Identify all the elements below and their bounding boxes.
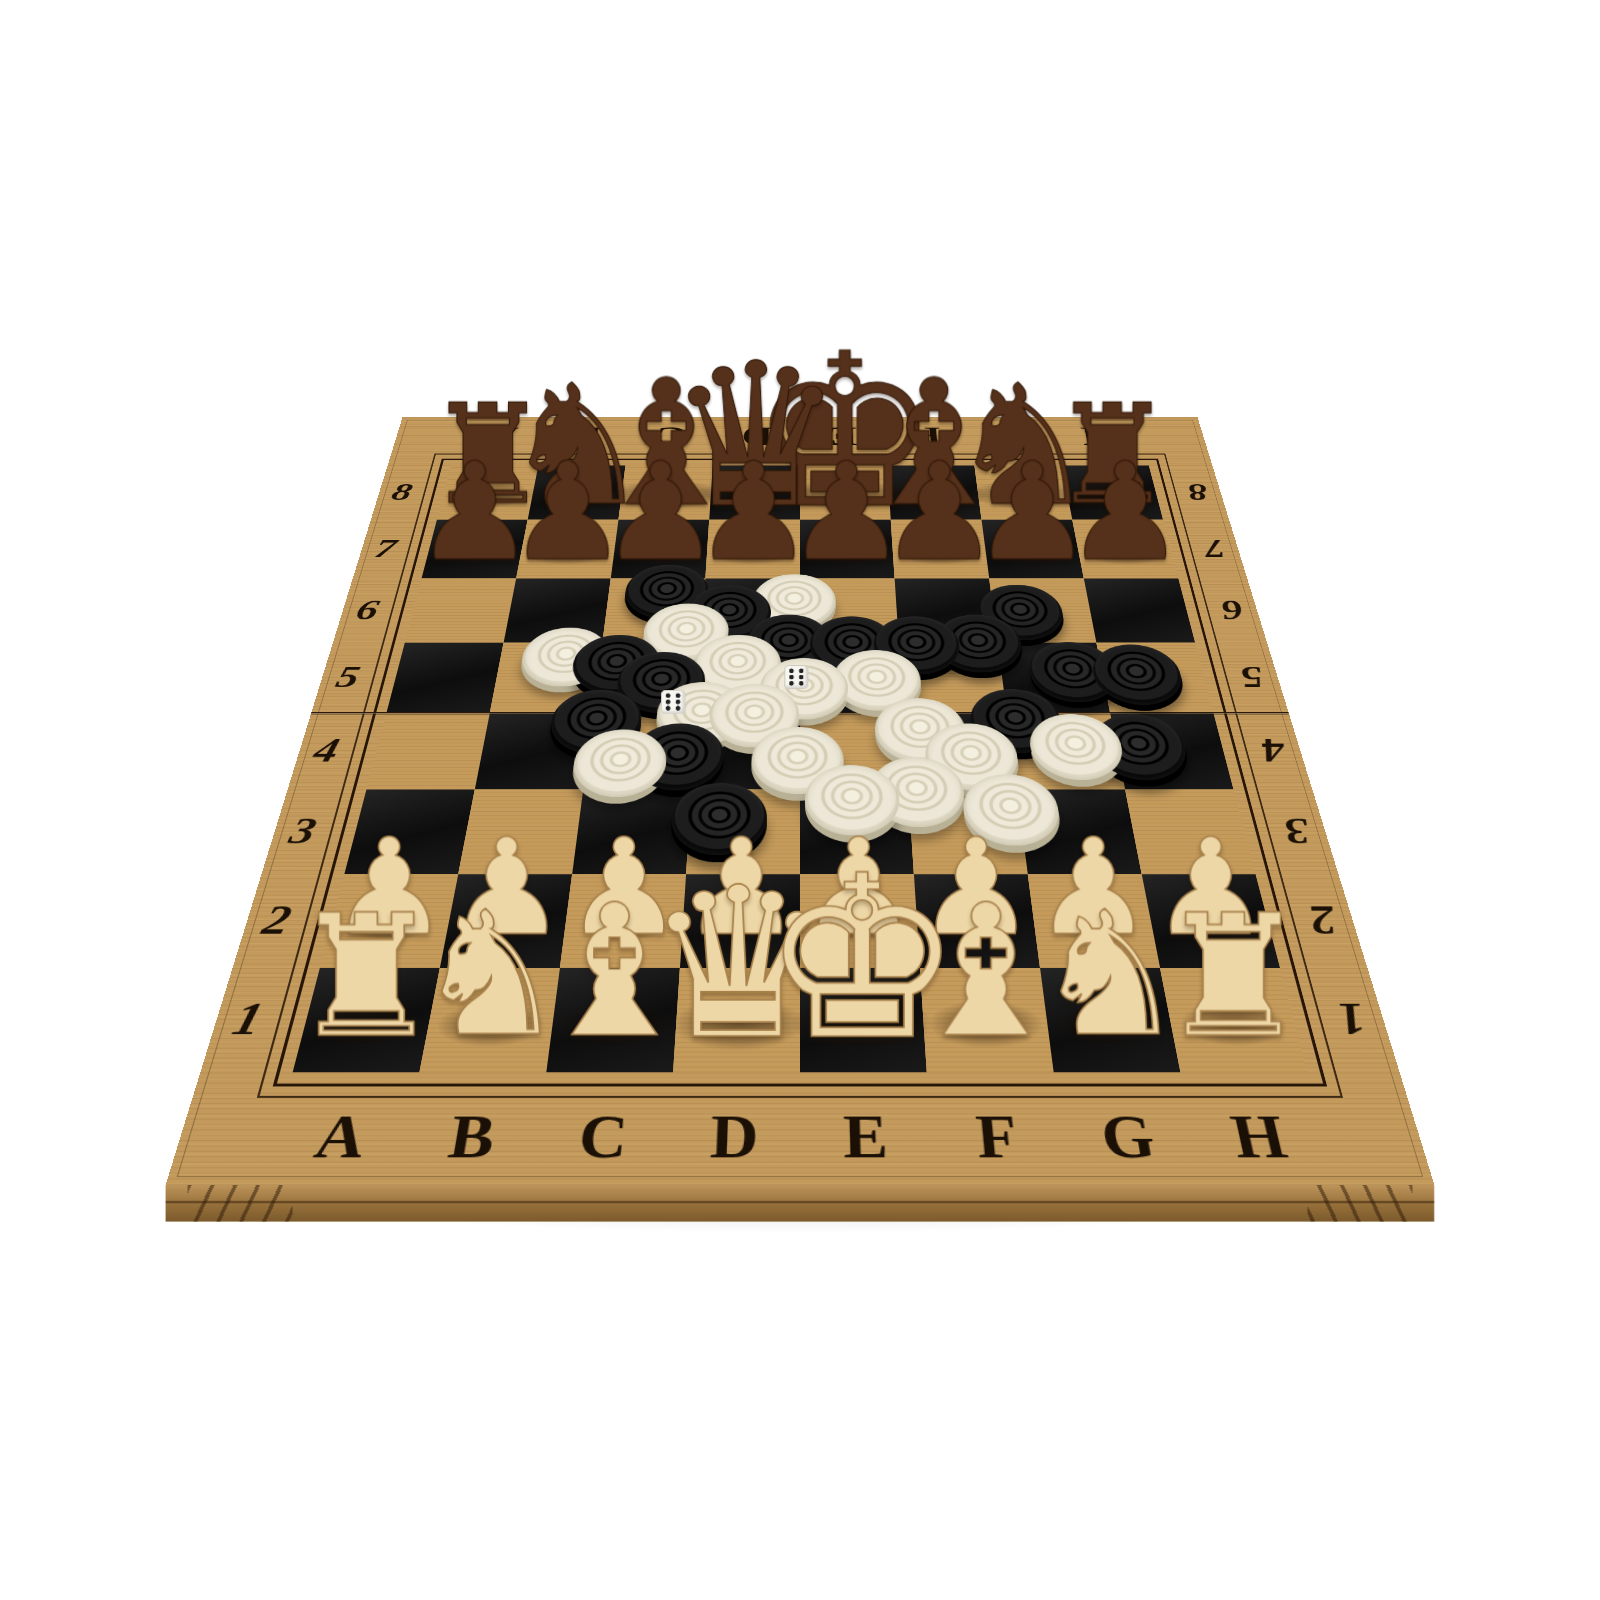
square-a4 [366,713,489,790]
file-label-bottom-C: C [532,1087,673,1185]
file-label-bottom-E: E [800,1087,934,1185]
perspective-container: AABBCCDDEEFFGGHH8877665544332211 ♜♞♝♛♚♝♞… [0,0,1600,1600]
chess-piece-dark-pawn-h7: ♟ [1044,445,1206,580]
board-front-edge [166,1185,1435,1222]
edge-corner-notches-left [188,1185,293,1222]
scale-wrap: AABBCCDDEEFFGGHH8877665544332211 ♜♞♝♛♚♝♞… [0,0,1600,1600]
rank-label-left-5: 5 [311,643,383,713]
rank-label-left-6: 6 [333,579,401,643]
file-label-bottom-B: B [397,1087,544,1185]
square-a6 [405,579,516,643]
file-label-bottom-H: H [1183,1087,1336,1185]
file-label-bottom-D: D [666,1087,800,1185]
square-h6 [1084,579,1195,643]
file-label-bottom-A: A [263,1087,416,1185]
rank-label-right-6: 6 [1199,579,1267,643]
file-label-bottom-G: G [1056,1087,1203,1185]
board-edge-seam [166,1201,1435,1203]
rank-label-left-4: 4 [288,713,364,790]
chess-piece-light-rook-h1: ♜ [1132,891,1335,1060]
scene: AABBCCDDEEFFGGHH8877665544332211 ♜♞♝♛♚♝♞… [0,0,1600,1600]
square-a5 [386,643,503,713]
rank-label-right-4: 4 [1236,713,1312,790]
board-plane: AABBCCDDEEFFGGHH8877665544332211 ♜♞♝♛♚♝♞… [166,417,1435,1185]
rank-label-right-5: 5 [1217,643,1289,713]
chess-piece-light-rook-a1: ♜ [265,891,468,1060]
edge-corner-notches-right [1308,1185,1413,1222]
file-label-bottom-F: F [928,1087,1069,1185]
